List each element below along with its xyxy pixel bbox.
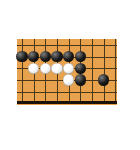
black-stone[interactable] — [28, 51, 39, 62]
black-stone[interactable] — [75, 63, 86, 74]
white-stone[interactable] — [28, 63, 39, 74]
white-stone[interactable] — [40, 63, 51, 74]
black-stone[interactable] — [98, 74, 109, 85]
grid-line-horizontal — [17, 92, 117, 93]
black-stone[interactable] — [63, 51, 74, 62]
board-bottom-edge-line — [17, 101, 117, 104]
black-stone[interactable] — [51, 51, 62, 62]
grid-line-horizontal — [17, 45, 117, 46]
screenshot-root: { "game": "go", "view_description": "cro… — [0, 0, 140, 150]
white-stone[interactable] — [51, 63, 62, 74]
white-stone[interactable] — [63, 74, 74, 85]
black-stone[interactable] — [75, 74, 86, 85]
black-stone[interactable] — [40, 51, 51, 62]
go-board[interactable] — [17, 39, 117, 105]
black-stone[interactable] — [75, 51, 86, 62]
white-stone[interactable] — [63, 63, 74, 74]
black-stone[interactable] — [16, 51, 27, 62]
